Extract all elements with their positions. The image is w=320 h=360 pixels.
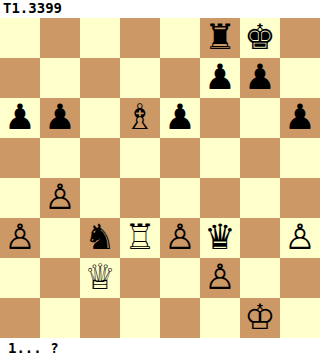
- square-g1[interactable]: ♔: [240, 298, 280, 338]
- white-pawn[interactable]: ♙: [44, 180, 75, 215]
- black-pawn[interactable]: ♟: [164, 100, 195, 135]
- square-b3[interactable]: [40, 218, 80, 258]
- move-prompt: 1... ?: [0, 338, 320, 360]
- black-queen[interactable]: ♛: [204, 220, 235, 255]
- square-d1[interactable]: [120, 298, 160, 338]
- square-g3[interactable]: [240, 218, 280, 258]
- square-f1[interactable]: [200, 298, 240, 338]
- square-a2[interactable]: [0, 258, 40, 298]
- square-a3[interactable]: ♙: [0, 218, 40, 258]
- square-b4[interactable]: ♙: [40, 178, 80, 218]
- square-c4[interactable]: [80, 178, 120, 218]
- square-h6[interactable]: ♟: [280, 98, 320, 138]
- square-a1[interactable]: [0, 298, 40, 338]
- square-e1[interactable]: [160, 298, 200, 338]
- square-e6[interactable]: ♟: [160, 98, 200, 138]
- square-f2[interactable]: ♙: [200, 258, 240, 298]
- black-king[interactable]: ♚: [244, 20, 275, 55]
- square-e7[interactable]: [160, 58, 200, 98]
- square-h4[interactable]: [280, 178, 320, 218]
- white-queen[interactable]: ♕: [84, 260, 115, 295]
- square-d8[interactable]: [120, 18, 160, 58]
- white-rook[interactable]: ♖: [124, 220, 155, 255]
- black-rook[interactable]: ♜: [204, 20, 235, 55]
- square-d4[interactable]: [120, 178, 160, 218]
- square-h2[interactable]: [280, 258, 320, 298]
- square-b8[interactable]: [40, 18, 80, 58]
- white-pawn[interactable]: ♙: [4, 220, 35, 255]
- square-b1[interactable]: [40, 298, 80, 338]
- black-pawn[interactable]: ♟: [44, 100, 75, 135]
- square-h8[interactable]: [280, 18, 320, 58]
- square-a4[interactable]: [0, 178, 40, 218]
- black-pawn[interactable]: ♟: [284, 100, 315, 135]
- square-f4[interactable]: [200, 178, 240, 218]
- square-h5[interactable]: [280, 138, 320, 178]
- white-king[interactable]: ♔: [244, 300, 275, 335]
- square-e4[interactable]: [160, 178, 200, 218]
- white-pawn[interactable]: ♙: [204, 260, 235, 295]
- square-g4[interactable]: [240, 178, 280, 218]
- square-b5[interactable]: [40, 138, 80, 178]
- black-knight[interactable]: ♞: [84, 220, 115, 255]
- square-a6[interactable]: ♟: [0, 98, 40, 138]
- square-d2[interactable]: [120, 258, 160, 298]
- square-g8[interactable]: ♚: [240, 18, 280, 58]
- square-d5[interactable]: [120, 138, 160, 178]
- square-h1[interactable]: [280, 298, 320, 338]
- square-c5[interactable]: [80, 138, 120, 178]
- square-h3[interactable]: ♙: [280, 218, 320, 258]
- square-e3[interactable]: ♙: [160, 218, 200, 258]
- square-g5[interactable]: [240, 138, 280, 178]
- square-f6[interactable]: [200, 98, 240, 138]
- square-c3[interactable]: ♞: [80, 218, 120, 258]
- white-pawn[interactable]: ♙: [164, 220, 195, 255]
- square-c8[interactable]: [80, 18, 120, 58]
- square-d6[interactable]: ♗: [120, 98, 160, 138]
- black-pawn[interactable]: ♟: [244, 60, 275, 95]
- square-e8[interactable]: [160, 18, 200, 58]
- square-d7[interactable]: [120, 58, 160, 98]
- square-c6[interactable]: [80, 98, 120, 138]
- white-bishop[interactable]: ♗: [124, 100, 155, 135]
- square-g6[interactable]: [240, 98, 280, 138]
- square-e2[interactable]: [160, 258, 200, 298]
- square-b6[interactable]: ♟: [40, 98, 80, 138]
- square-d3[interactable]: ♖: [120, 218, 160, 258]
- square-e5[interactable]: [160, 138, 200, 178]
- square-f8[interactable]: ♜: [200, 18, 240, 58]
- chess-board: ♜♚♟♟♟♟♗♟♟♙♙♞♖♙♛♙♕♙♔: [0, 18, 320, 338]
- puzzle-id: T1.3399: [0, 0, 320, 18]
- black-pawn[interactable]: ♟: [204, 60, 235, 95]
- square-b2[interactable]: [40, 258, 80, 298]
- square-a8[interactable]: [0, 18, 40, 58]
- square-a5[interactable]: [0, 138, 40, 178]
- square-f7[interactable]: ♟: [200, 58, 240, 98]
- square-c2[interactable]: ♕: [80, 258, 120, 298]
- black-pawn[interactable]: ♟: [4, 100, 35, 135]
- square-c1[interactable]: [80, 298, 120, 338]
- square-f3[interactable]: ♛: [200, 218, 240, 258]
- white-pawn[interactable]: ♙: [284, 220, 315, 255]
- square-g7[interactable]: ♟: [240, 58, 280, 98]
- square-g2[interactable]: [240, 258, 280, 298]
- square-h7[interactable]: [280, 58, 320, 98]
- square-a7[interactable]: [0, 58, 40, 98]
- square-c7[interactable]: [80, 58, 120, 98]
- square-b7[interactable]: [40, 58, 80, 98]
- square-f5[interactable]: [200, 138, 240, 178]
